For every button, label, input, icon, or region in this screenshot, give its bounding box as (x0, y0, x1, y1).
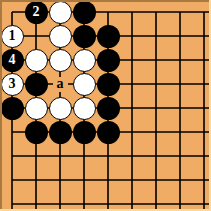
white-stone (49, 25, 72, 48)
black-stone (25, 73, 48, 96)
white-stone (25, 97, 48, 120)
black-stone (97, 121, 120, 144)
black-stone (49, 121, 72, 144)
black-stone-4: 4 (1, 49, 24, 72)
white-stone-3: 3 (1, 73, 24, 96)
board-frame-left-edge (0, 0, 2, 211)
white-stone (73, 97, 96, 120)
point-label-a: a (53, 77, 68, 92)
black-stone (97, 49, 120, 72)
black-stone (73, 121, 96, 144)
white-stone (49, 49, 72, 72)
white-stone (73, 73, 96, 96)
black-stone (1, 97, 24, 120)
black-stone (25, 121, 48, 144)
white-stone (49, 97, 72, 120)
board-frame-right-edge (209, 0, 211, 211)
black-stone (97, 25, 120, 48)
black-stone-2: 2 (25, 1, 48, 24)
white-stone (49, 1, 72, 24)
white-stone (73, 49, 96, 72)
white-stone-1: 1 (1, 25, 24, 48)
black-stone (97, 73, 120, 96)
black-stone (73, 25, 96, 48)
board-frame-top-edge (0, 0, 211, 2)
black-stone (97, 97, 120, 120)
go-board-diagram: 2143a (0, 0, 211, 211)
white-stone (25, 49, 48, 72)
board-frame-bottom-edge (0, 209, 211, 211)
black-stone (73, 1, 96, 24)
